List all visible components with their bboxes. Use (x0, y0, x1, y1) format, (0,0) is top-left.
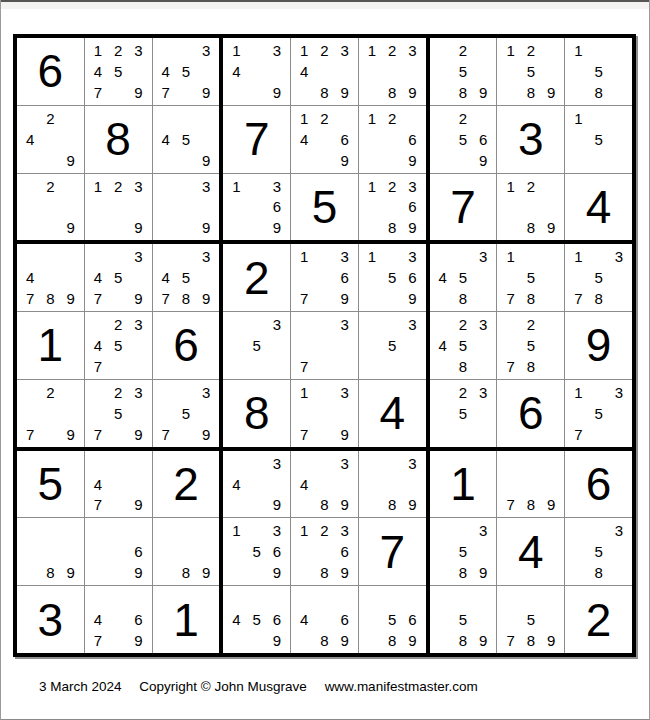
cell-r3c7[interactable]: 7 (430, 174, 497, 241)
candidate-empty (500, 61, 520, 82)
candidate-empty (294, 150, 314, 171)
candidate-3: 3 (402, 40, 422, 61)
candidate-grid: 13569 (359, 244, 426, 311)
candidate-grid: 459 (153, 106, 220, 173)
cell-r8c8[interactable]: 4 (497, 518, 564, 585)
candidate-9: 9 (196, 562, 216, 583)
cell-r9c7[interactable]: 589 (430, 586, 497, 653)
candidate-6: 6 (402, 129, 422, 150)
candidate-empty (609, 129, 629, 150)
cell-r1c1[interactable]: 6 (17, 38, 84, 105)
candidate-empty (247, 562, 267, 583)
candidate-5: 5 (176, 61, 196, 82)
candidate-empty (108, 82, 128, 103)
cell-r9c5[interactable]: 4689 (291, 586, 358, 653)
candidate-3: 3 (335, 40, 355, 61)
candidate-9: 9 (335, 562, 355, 583)
candidate-5: 5 (521, 609, 541, 630)
candidate-empty (20, 108, 40, 129)
cell-r5c5[interactable]: 37 (291, 312, 358, 379)
candidate-empty (500, 82, 520, 103)
candidate-empty (362, 588, 382, 609)
candidate-1: 1 (88, 40, 108, 61)
candidate-3: 3 (473, 520, 493, 541)
candidate-9: 9 (541, 217, 561, 238)
candidate-7: 7 (500, 288, 520, 309)
cell-r4c2[interactable]: 34579 (85, 244, 152, 311)
candidate-grid: 4569 (223, 586, 290, 653)
solved-digit: 1 (450, 461, 476, 507)
candidate-grid: 69 (85, 518, 152, 585)
cell-r2c7[interactable]: 2569 (430, 106, 497, 173)
candidate-empty (433, 403, 453, 424)
candidate-5: 5 (453, 609, 473, 630)
candidate-empty (88, 541, 108, 562)
candidate-empty (453, 588, 473, 609)
candidate-empty (247, 314, 267, 335)
candidate-6: 6 (267, 196, 287, 217)
candidate-8: 8 (521, 495, 541, 516)
candidate-empty (568, 541, 588, 562)
candidate-empty (473, 403, 493, 424)
candidate-4: 4 (226, 474, 246, 495)
solved-digit: 6 (518, 390, 544, 436)
candidate-empty (40, 520, 60, 541)
cell-r7c9[interactable]: 6 (565, 451, 632, 518)
candidate-4: 4 (294, 609, 314, 630)
cell-r3c8[interactable]: 1289 (497, 174, 564, 241)
candidate-empty (40, 217, 60, 238)
candidate-empty (453, 246, 473, 267)
candidate-4: 4 (294, 474, 314, 495)
candidate-grid: 5689 (359, 586, 426, 653)
cell-r7c1[interactable]: 5 (17, 451, 84, 518)
solved-digit: 8 (244, 390, 270, 436)
candidate-empty (433, 609, 453, 630)
candidate-2: 2 (314, 108, 334, 129)
candidate-4: 4 (156, 267, 176, 288)
candidate-grid: 235 (430, 380, 497, 447)
cell-r1c6[interactable]: 12389 (359, 38, 426, 105)
candidate-empty (433, 150, 453, 171)
cell-r5c1[interactable]: 1 (17, 312, 84, 379)
candidate-empty (500, 335, 520, 356)
candidate-1: 1 (294, 520, 314, 541)
candidate-empty (314, 588, 334, 609)
candidate-4: 4 (226, 61, 246, 82)
candidate-empty (433, 541, 453, 562)
cell-r5c8[interactable]: 2578 (497, 312, 564, 379)
candidate-empty (433, 630, 453, 651)
candidate-empty (588, 40, 608, 61)
candidate-5: 5 (382, 267, 402, 288)
candidate-empty (196, 403, 216, 424)
candidate-empty (226, 314, 246, 335)
candidate-empty (156, 541, 176, 562)
candidate-9: 9 (473, 562, 493, 583)
candidate-grid: 12469 (291, 106, 358, 173)
cell-r1c4[interactable]: 1349 (223, 38, 290, 105)
solved-digit: 3 (38, 597, 64, 643)
cell-r5c2[interactable]: 23457 (85, 312, 152, 379)
candidate-2: 2 (108, 176, 128, 197)
candidate-empty (176, 150, 196, 171)
cell-r2c4[interactable]: 7 (223, 106, 290, 173)
candidate-6: 6 (473, 129, 493, 150)
candidate-9: 9 (128, 82, 148, 103)
cell-r1c7[interactable]: 2589 (430, 38, 497, 105)
cell-r6c5[interactable]: 1379 (291, 380, 358, 447)
cell-r6c6[interactable]: 4 (359, 380, 426, 447)
candidate-9: 9 (128, 495, 148, 516)
candidate-empty (433, 129, 453, 150)
cell-r2c3[interactable]: 459 (153, 106, 220, 173)
candidate-empty (402, 108, 422, 129)
cell-r6c3[interactable]: 3579 (153, 380, 220, 447)
cell-r9c1[interactable]: 3 (17, 586, 84, 653)
candidate-empty (568, 520, 588, 541)
cell-r4c3[interactable]: 345789 (153, 244, 220, 311)
candidate-empty (40, 267, 60, 288)
candidate-9: 9 (267, 630, 287, 651)
candidate-5: 5 (382, 609, 402, 630)
candidate-empty (382, 61, 402, 82)
cell-r8c6[interactable]: 7 (359, 518, 426, 585)
cell-r2c1[interactable]: 249 (17, 106, 84, 173)
cell-r5c9[interactable]: 9 (565, 312, 632, 379)
cell-r8c5[interactable]: 123689 (291, 518, 358, 585)
candidate-empty (382, 314, 402, 335)
candidate-empty (433, 108, 453, 129)
candidate-empty (568, 267, 588, 288)
candidate-empty (362, 314, 382, 335)
solved-digit: 1 (38, 322, 64, 368)
candidate-4: 4 (88, 474, 108, 495)
candidate-empty (433, 288, 453, 309)
candidate-empty (294, 495, 314, 516)
candidate-empty (108, 495, 128, 516)
candidate-7: 7 (500, 495, 520, 516)
solved-digit: 9 (586, 322, 612, 368)
candidate-8: 8 (382, 495, 402, 516)
candidate-empty (453, 150, 473, 171)
cell-r5c4[interactable]: 35 (223, 312, 290, 379)
candidate-8: 8 (382, 217, 402, 238)
cell-r7c6[interactable]: 389 (359, 451, 426, 518)
candidate-7: 7 (156, 424, 176, 445)
candidate-empty (247, 630, 267, 651)
candidate-empty (362, 356, 382, 377)
candidate-empty (40, 129, 60, 150)
candidate-3: 3 (335, 520, 355, 541)
cell-r6c4[interactable]: 8 (223, 380, 290, 447)
candidate-empty (588, 150, 608, 171)
cell-r6c9[interactable]: 1357 (565, 380, 632, 447)
candidate-2: 2 (453, 314, 473, 335)
candidate-6: 6 (128, 609, 148, 630)
cell-r6c1[interactable]: 279 (17, 380, 84, 447)
sudoku-board: 6123457934579249845929123939134912348912… (13, 34, 636, 657)
candidate-5: 5 (108, 403, 128, 424)
candidate-6: 6 (267, 541, 287, 562)
cell-r2c6[interactable]: 1269 (359, 106, 426, 173)
candidate-5: 5 (453, 541, 473, 562)
cell-r5c6[interactable]: 35 (359, 312, 426, 379)
candidate-9: 9 (473, 630, 493, 651)
candidate-empty (128, 267, 148, 288)
cell-r7c7[interactable]: 1 (430, 451, 497, 518)
cell-r8c4[interactable]: 13569 (223, 518, 290, 585)
candidate-empty (500, 314, 520, 335)
cell-r9c8[interactable]: 5789 (497, 586, 564, 653)
candidate-2: 2 (314, 40, 334, 61)
cell-r8c7[interactable]: 3589 (430, 518, 497, 585)
candidate-3: 3 (267, 453, 287, 474)
candidate-4: 4 (88, 61, 108, 82)
cell-r4c7[interactable]: 3458 (430, 244, 497, 311)
candidate-grid: 1289 (497, 174, 564, 241)
candidate-empty (433, 82, 453, 103)
candidate-9: 9 (61, 424, 81, 445)
candidate-empty (128, 403, 148, 424)
box-4: 4789345793457891234576279235793579 (17, 244, 219, 446)
cell-r9c2[interactable]: 4679 (85, 586, 152, 653)
solved-digit: 4 (518, 529, 544, 575)
candidate-1: 1 (568, 382, 588, 403)
cell-r9c6[interactable]: 5689 (359, 586, 426, 653)
cell-r6c2[interactable]: 23579 (85, 380, 152, 447)
candidate-2: 2 (314, 520, 334, 541)
candidate-empty (88, 403, 108, 424)
cell-r3c6[interactable]: 123689 (359, 174, 426, 241)
candidate-empty (433, 382, 453, 403)
candidate-6: 6 (335, 541, 355, 562)
candidate-1: 1 (362, 108, 382, 129)
candidate-empty (473, 588, 493, 609)
candidate-empty (433, 520, 453, 541)
solved-digit: 2 (173, 461, 199, 507)
candidate-empty (335, 474, 355, 495)
candidate-empty (226, 335, 246, 356)
cell-r4c9[interactable]: 13578 (565, 244, 632, 311)
candidate-empty (156, 382, 176, 403)
candidate-empty (176, 217, 196, 238)
candidate-empty (247, 520, 267, 541)
candidate-empty (176, 82, 196, 103)
cell-r7c8[interactable]: 789 (497, 451, 564, 518)
candidate-7: 7 (156, 82, 176, 103)
cell-r2c9[interactable]: 15 (565, 106, 632, 173)
candidate-7: 7 (294, 356, 314, 377)
candidate-empty (226, 356, 246, 377)
cell-r7c4[interactable]: 349 (223, 451, 290, 518)
candidate-7: 7 (294, 424, 314, 445)
candidate-6: 6 (402, 196, 422, 217)
candidate-empty (521, 246, 541, 267)
candidate-empty (267, 588, 287, 609)
box-6: 3458157813578234582578923561357 (430, 244, 632, 446)
candidate-empty (40, 424, 60, 445)
candidate-empty (382, 288, 402, 309)
top-strip (0, 0, 650, 9)
solved-digit: 6 (38, 48, 64, 94)
cell-r8c3[interactable]: 89 (153, 518, 220, 585)
cell-r4c5[interactable]: 13679 (291, 244, 358, 311)
candidate-8: 8 (314, 495, 334, 516)
candidate-empty (40, 196, 60, 217)
cell-r6c7[interactable]: 235 (430, 380, 497, 447)
candidate-empty (588, 108, 608, 129)
candidate-2: 2 (382, 176, 402, 197)
solved-digit: 5 (312, 184, 338, 230)
candidate-empty (128, 335, 148, 356)
cell-r7c2[interactable]: 479 (85, 451, 152, 518)
cell-r9c9[interactable]: 2 (565, 586, 632, 653)
candidate-empty (88, 246, 108, 267)
candidate-5: 5 (453, 267, 473, 288)
candidate-3: 3 (128, 382, 148, 403)
candidate-grid: 3458 (430, 244, 497, 311)
candidate-7: 7 (88, 288, 108, 309)
candidate-empty (473, 267, 493, 288)
candidate-empty (156, 217, 176, 238)
candidate-grid: 123689 (291, 518, 358, 585)
candidate-2: 2 (382, 40, 402, 61)
cell-r3c4[interactable]: 1369 (223, 174, 290, 241)
cell-r1c9[interactable]: 158 (565, 38, 632, 105)
cell-r3c1[interactable]: 29 (17, 174, 84, 241)
candidate-empty (294, 588, 314, 609)
candidate-empty (88, 314, 108, 335)
candidate-8: 8 (588, 82, 608, 103)
candidate-empty (20, 176, 40, 197)
cell-r4c6[interactable]: 13569 (359, 244, 426, 311)
candidate-empty (226, 541, 246, 562)
candidate-9: 9 (473, 82, 493, 103)
candidate-1: 1 (500, 40, 520, 61)
candidate-8: 8 (588, 562, 608, 583)
candidate-empty (128, 453, 148, 474)
candidate-3: 3 (196, 382, 216, 403)
cell-r4c4[interactable]: 2 (223, 244, 290, 311)
candidate-empty (88, 453, 108, 474)
cell-r2c5[interactable]: 12469 (291, 106, 358, 173)
cell-r1c3[interactable]: 34579 (153, 38, 220, 105)
candidate-empty (609, 150, 629, 171)
candidate-8: 8 (453, 562, 473, 583)
candidate-empty (267, 61, 287, 82)
solved-digit: 2 (244, 255, 270, 301)
candidate-empty (176, 108, 196, 129)
candidate-9: 9 (335, 495, 355, 516)
candidate-9: 9 (402, 630, 422, 651)
candidate-5: 5 (108, 267, 128, 288)
cell-r5c7[interactable]: 23458 (430, 312, 497, 379)
cell-r2c8[interactable]: 3 (497, 106, 564, 173)
cell-r8c9[interactable]: 358 (565, 518, 632, 585)
candidate-empty (473, 609, 493, 630)
candidate-4: 4 (88, 609, 108, 630)
cell-r1c2[interactable]: 1234579 (85, 38, 152, 105)
candidate-9: 9 (335, 82, 355, 103)
footer-copyright: Copyright © John Musgrave (139, 679, 307, 694)
cell-r8c1[interactable]: 89 (17, 518, 84, 585)
candidate-7: 7 (20, 288, 40, 309)
cell-r2c2[interactable]: 8 (85, 106, 152, 173)
cell-r5c3[interactable]: 6 (153, 312, 220, 379)
cell-r6c8[interactable]: 6 (497, 380, 564, 447)
cell-r4c1[interactable]: 4789 (17, 244, 84, 311)
candidate-empty (314, 356, 334, 377)
candidate-empty (568, 129, 588, 150)
box-7: 54792896989346791 (17, 451, 219, 653)
candidate-7: 7 (568, 424, 588, 445)
candidate-1: 1 (226, 520, 246, 541)
candidate-empty (61, 382, 81, 403)
candidate-empty (541, 356, 561, 377)
candidate-empty (156, 403, 176, 424)
footer-website: www.manifestmaster.com (325, 679, 478, 694)
candidate-empty (473, 335, 493, 356)
candidate-5: 5 (108, 61, 128, 82)
candidate-8: 8 (521, 217, 541, 238)
candidate-empty (156, 520, 176, 541)
cell-r7c5[interactable]: 3489 (291, 451, 358, 518)
candidate-empty (196, 129, 216, 150)
candidate-5: 5 (247, 609, 267, 630)
candidate-grid: 89 (153, 518, 220, 585)
box-2: 134912348912389712469126913695123689 (223, 38, 425, 240)
cell-r9c3[interactable]: 1 (153, 586, 220, 653)
cell-r7c3[interactable]: 2 (153, 451, 220, 518)
candidate-8: 8 (314, 630, 334, 651)
candidate-3: 3 (128, 246, 148, 267)
solved-digit: 7 (379, 529, 405, 575)
candidate-empty (335, 588, 355, 609)
cell-r1c8[interactable]: 12589 (497, 38, 564, 105)
cell-r3c2[interactable]: 1239 (85, 174, 152, 241)
candidate-empty (609, 267, 629, 288)
candidate-8: 8 (453, 630, 473, 651)
cell-r4c8[interactable]: 1578 (497, 244, 564, 311)
candidate-8: 8 (521, 630, 541, 651)
cell-r8c2[interactable]: 69 (85, 518, 152, 585)
cell-r1c5[interactable]: 123489 (291, 38, 358, 105)
cell-r3c9[interactable]: 4 (565, 174, 632, 241)
candidate-empty (433, 424, 453, 445)
candidate-empty (226, 196, 246, 217)
candidate-empty (402, 61, 422, 82)
candidate-empty (588, 246, 608, 267)
candidate-8: 8 (40, 288, 60, 309)
candidate-empty (267, 335, 287, 356)
cell-r3c5[interactable]: 5 (291, 174, 358, 241)
solved-digit: 8 (105, 116, 131, 162)
candidate-empty (226, 82, 246, 103)
candidate-4: 4 (20, 267, 40, 288)
candidate-3: 3 (335, 453, 355, 474)
candidate-empty (541, 40, 561, 61)
candidate-grid: 3579 (153, 380, 220, 447)
cell-r3c3[interactable]: 39 (153, 174, 220, 241)
candidate-empty (176, 541, 196, 562)
candidate-empty (362, 196, 382, 217)
candidate-1: 1 (362, 40, 382, 61)
box-1: 6123457934579249845929123939 (17, 38, 219, 240)
cell-r9c4[interactable]: 4569 (223, 586, 290, 653)
candidate-empty (294, 314, 314, 335)
candidate-empty (402, 356, 422, 377)
